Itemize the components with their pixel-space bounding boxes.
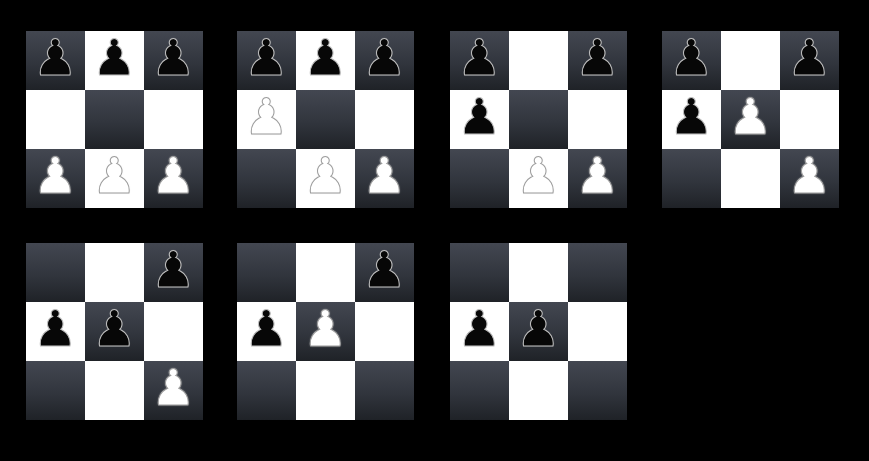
diagram-canvas: ♟♟♟♟♟♟♟♟♟♟♟♟♟♟♟♟♟♟♟♟♟♟♟♟♟♟♟♟♟♟♟ — [0, 0, 869, 461]
board-2-square-r3c1 — [237, 149, 296, 208]
board-2-square-r1c1: ♟ — [237, 31, 296, 90]
white-pawn: ♟ — [516, 149, 561, 206]
white-pawn: ♟ — [303, 149, 348, 206]
chess-board-7[interactable]: ♟♟ — [450, 243, 627, 420]
board-3-square-r3c2: ♟ — [509, 149, 568, 208]
board-5-square-r1c3: ♟ — [144, 243, 203, 302]
board-5-square-r3c1 — [26, 361, 85, 420]
white-pawn: ♟ — [151, 149, 196, 206]
board-7-square-r3c3 — [568, 361, 627, 420]
board-7-square-r1c1 — [450, 243, 509, 302]
board-4-square-r3c3: ♟ — [780, 149, 839, 208]
board-4-square-r2c3 — [780, 90, 839, 149]
board-6-square-r2c3 — [355, 302, 414, 361]
board-7-square-r2c3 — [568, 302, 627, 361]
board-4-square-r1c1: ♟ — [662, 31, 721, 90]
board-5-square-r2c2: ♟ — [85, 302, 144, 361]
black-pawn: ♟ — [457, 302, 502, 359]
black-pawn: ♟ — [92, 302, 137, 359]
board-3-square-r1c2 — [509, 31, 568, 90]
board-7-square-r3c2 — [509, 361, 568, 420]
chess-board-6[interactable]: ♟♟♟ — [237, 243, 414, 420]
white-pawn: ♟ — [92, 149, 137, 206]
board-1-square-r2c1 — [26, 90, 85, 149]
board-7-square-r2c2: ♟ — [509, 302, 568, 361]
black-pawn: ♟ — [457, 90, 502, 147]
board-3-square-r3c1 — [450, 149, 509, 208]
chess-board-1[interactable]: ♟♟♟♟♟♟ — [26, 31, 203, 208]
board-1-square-r2c2 — [85, 90, 144, 149]
board-1-square-r3c1: ♟ — [26, 149, 85, 208]
black-pawn: ♟ — [92, 31, 137, 88]
board-7-square-r2c1: ♟ — [450, 302, 509, 361]
board-7-square-r1c3 — [568, 243, 627, 302]
board-3-square-r3c3: ♟ — [568, 149, 627, 208]
white-pawn: ♟ — [303, 302, 348, 359]
board-1-square-r3c2: ♟ — [85, 149, 144, 208]
black-pawn: ♟ — [151, 31, 196, 88]
board-4-square-r1c3: ♟ — [780, 31, 839, 90]
black-pawn: ♟ — [303, 31, 348, 88]
board-5-square-r1c2 — [85, 243, 144, 302]
black-pawn: ♟ — [575, 31, 620, 88]
board-4-square-r3c1 — [662, 149, 721, 208]
chess-board-4[interactable]: ♟♟♟♟♟ — [662, 31, 839, 208]
board-6-square-r2c1: ♟ — [237, 302, 296, 361]
black-pawn: ♟ — [516, 302, 561, 359]
board-5-square-r3c2 — [85, 361, 144, 420]
black-pawn: ♟ — [33, 31, 78, 88]
white-pawn: ♟ — [787, 149, 832, 206]
chess-board-5[interactable]: ♟♟♟♟ — [26, 243, 203, 420]
board-2-square-r1c2: ♟ — [296, 31, 355, 90]
board-6-square-r1c3: ♟ — [355, 243, 414, 302]
white-pawn: ♟ — [575, 149, 620, 206]
board-5-square-r2c1: ♟ — [26, 302, 85, 361]
board-6-square-r2c2: ♟ — [296, 302, 355, 361]
white-pawn: ♟ — [728, 90, 773, 147]
chess-board-3[interactable]: ♟♟♟♟♟ — [450, 31, 627, 208]
board-1-square-r1c1: ♟ — [26, 31, 85, 90]
board-6-square-r3c3 — [355, 361, 414, 420]
board-2-square-r2c2 — [296, 90, 355, 149]
board-1-square-r2c3 — [144, 90, 203, 149]
board-2-square-r1c3: ♟ — [355, 31, 414, 90]
black-pawn: ♟ — [151, 243, 196, 300]
black-pawn: ♟ — [244, 302, 289, 359]
board-3-square-r2c3 — [568, 90, 627, 149]
board-5-square-r1c1 — [26, 243, 85, 302]
board-4-square-r1c2 — [721, 31, 780, 90]
board-3-square-r2c1: ♟ — [450, 90, 509, 149]
board-6-square-r1c1 — [237, 243, 296, 302]
board-3-square-r2c2 — [509, 90, 568, 149]
black-pawn: ♟ — [787, 31, 832, 88]
chess-board-2[interactable]: ♟♟♟♟♟♟ — [237, 31, 414, 208]
board-1-square-r1c2: ♟ — [85, 31, 144, 90]
white-pawn: ♟ — [33, 149, 78, 206]
board-5-square-r2c3 — [144, 302, 203, 361]
board-6-square-r1c2 — [296, 243, 355, 302]
board-2-square-r2c1: ♟ — [237, 90, 296, 149]
board-4-square-r2c1: ♟ — [662, 90, 721, 149]
board-7-square-r1c2 — [509, 243, 568, 302]
board-4-square-r3c2 — [721, 149, 780, 208]
board-2-square-r3c2: ♟ — [296, 149, 355, 208]
white-pawn: ♟ — [244, 90, 289, 147]
board-2-square-r3c3: ♟ — [355, 149, 414, 208]
board-6-square-r3c2 — [296, 361, 355, 420]
white-pawn: ♟ — [362, 149, 407, 206]
board-7-square-r3c1 — [450, 361, 509, 420]
black-pawn: ♟ — [669, 31, 714, 88]
white-pawn: ♟ — [151, 361, 196, 418]
black-pawn: ♟ — [33, 302, 78, 359]
black-pawn: ♟ — [669, 90, 714, 147]
board-6-square-r3c1 — [237, 361, 296, 420]
board-5-square-r3c3: ♟ — [144, 361, 203, 420]
black-pawn: ♟ — [362, 31, 407, 88]
board-1-square-r3c3: ♟ — [144, 149, 203, 208]
black-pawn: ♟ — [362, 243, 407, 300]
board-2-square-r2c3 — [355, 90, 414, 149]
black-pawn: ♟ — [457, 31, 502, 88]
board-3-square-r1c1: ♟ — [450, 31, 509, 90]
board-4-square-r2c2: ♟ — [721, 90, 780, 149]
board-3-square-r1c3: ♟ — [568, 31, 627, 90]
board-1-square-r1c3: ♟ — [144, 31, 203, 90]
black-pawn: ♟ — [244, 31, 289, 88]
